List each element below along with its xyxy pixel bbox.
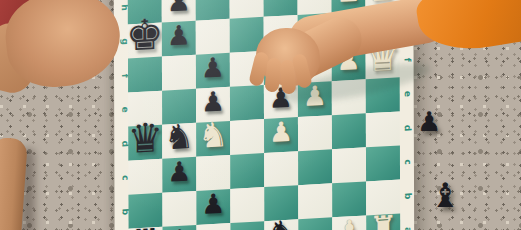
square-d5[interactable] — [230, 119, 264, 155]
square-d1[interactable] — [366, 111, 400, 147]
square-g6[interactable] — [196, 19, 230, 55]
square-c5[interactable] — [230, 153, 264, 189]
square-d4[interactable]: ♟ — [264, 117, 298, 153]
square-b6[interactable]: ♟ — [196, 189, 230, 225]
black-rook-a8[interactable]: ♜ — [131, 224, 160, 230]
black-queen-d8[interactable]: ♛ — [127, 117, 163, 159]
white-rook-a1[interactable]: ♜ — [369, 211, 398, 230]
white-pawn-d4[interactable]: ♟ — [269, 118, 293, 146]
black-pawn-b6[interactable]: ♟ — [201, 190, 225, 218]
square-c8[interactable] — [128, 159, 162, 195]
black-pawn-c7[interactable]: ♟ — [167, 157, 191, 185]
white-knight-d6[interactable]: ♞ — [198, 117, 229, 153]
square-e5[interactable] — [230, 85, 264, 121]
file-label-c: c — [402, 156, 414, 169]
square-a7[interactable]: ♟ — [163, 225, 197, 230]
square-h6[interactable] — [196, 0, 230, 21]
square-a8[interactable]: ♜ — [129, 227, 163, 230]
black-pawn-h7[interactable]: ♟ — [167, 0, 191, 16]
black-knight-d7[interactable]: ♞ — [164, 119, 195, 155]
black-king-g8[interactable]: ♚ — [126, 13, 164, 57]
square-a4[interactable]: ♞ — [264, 219, 298, 230]
square-g8[interactable]: ♚ — [128, 23, 162, 59]
square-a2[interactable]: ♟ — [332, 215, 366, 230]
square-h5[interactable] — [230, 0, 264, 19]
square-f8[interactable] — [128, 57, 162, 93]
square-b7[interactable] — [162, 191, 196, 227]
scene: ♟♟♜♚♟♚♟♟♛♟♟♟♛♞♞♟♟♟♜♟♞♟♜ hhggffeeddccbbaa… — [0, 0, 521, 230]
square-b3[interactable] — [298, 183, 332, 219]
captured-black-pawn[interactable]: ♟ — [417, 108, 441, 135]
square-f6[interactable]: ♟ — [196, 53, 230, 89]
captured-black-bishop[interactable]: ♝ — [430, 178, 460, 212]
square-c6[interactable] — [196, 155, 230, 191]
square-b2[interactable] — [332, 181, 366, 217]
square-c3[interactable] — [298, 149, 332, 185]
square-d8[interactable]: ♛ — [128, 125, 162, 161]
square-d7[interactable]: ♞ — [162, 123, 196, 159]
square-a1[interactable]: ♜ — [366, 214, 400, 230]
square-d6[interactable]: ♞ — [196, 121, 230, 157]
square-d2[interactable] — [332, 113, 366, 149]
file-label-a: a — [402, 224, 414, 230]
square-c2[interactable] — [332, 147, 366, 183]
square-f7[interactable] — [162, 55, 196, 91]
black-pawn-e6[interactable]: ♟ — [201, 87, 225, 115]
square-d3[interactable] — [298, 115, 332, 151]
white-pawn-a2[interactable]: ♟ — [337, 216, 361, 230]
square-a3[interactable] — [298, 217, 332, 230]
square-a5[interactable] — [230, 221, 264, 230]
black-pawn-g7[interactable]: ♟ — [167, 21, 191, 49]
square-c1[interactable] — [366, 145, 400, 181]
file-label-e: e — [402, 88, 414, 101]
square-g7[interactable]: ♟ — [162, 21, 196, 57]
file-label-d: d — [402, 122, 414, 135]
black-knight-a4[interactable]: ♞ — [266, 215, 297, 230]
white-pawn-h2[interactable]: ♟ — [336, 0, 360, 6]
square-b5[interactable] — [230, 187, 264, 223]
file-label-b: b — [402, 190, 414, 203]
square-c4[interactable] — [264, 151, 298, 187]
square-a6[interactable] — [196, 223, 230, 230]
square-c7[interactable]: ♟ — [162, 157, 196, 193]
black-pawn-a7[interactable]: ♟ — [167, 225, 191, 230]
black-pawn-f6[interactable]: ♟ — [201, 53, 225, 81]
